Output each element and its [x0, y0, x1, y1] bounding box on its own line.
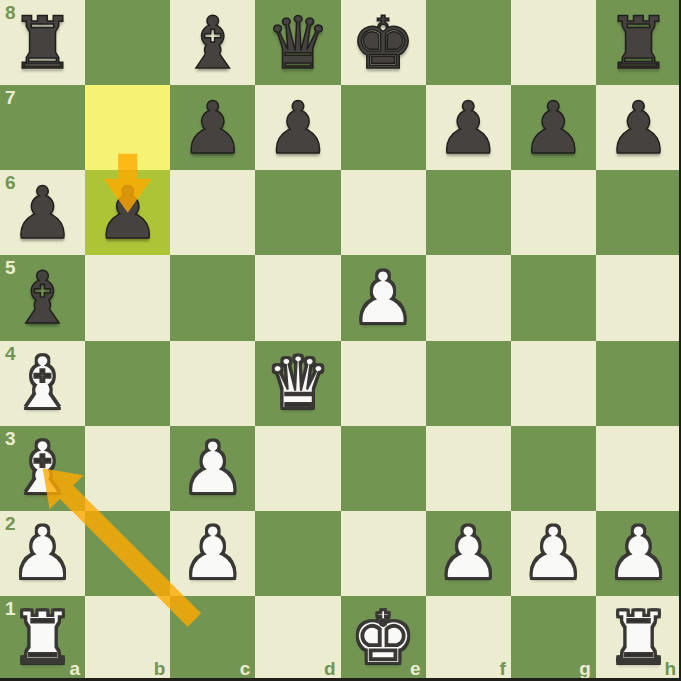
square-f1[interactable]: f [426, 596, 511, 681]
square-h6[interactable] [596, 170, 681, 255]
white-pawn-c2[interactable]: ♟ [170, 511, 255, 596]
square-h1[interactable]: h♜ [596, 596, 681, 681]
file-label-d: d [324, 658, 336, 680]
square-b1[interactable]: b [85, 596, 170, 681]
square-c2[interactable]: ♟ [170, 511, 255, 596]
square-f4[interactable] [426, 341, 511, 426]
file-label-f: f [499, 658, 505, 680]
square-b3[interactable] [85, 426, 170, 511]
white-pawn-a2[interactable]: ♟ [0, 511, 85, 596]
black-pawn-d7[interactable]: ♟ [255, 85, 340, 170]
square-c1[interactable]: c [170, 596, 255, 681]
white-bishop-a4[interactable]: ♝ [0, 341, 85, 426]
square-d8[interactable]: ♛ [255, 0, 340, 85]
black-pawn-c7[interactable]: ♟ [170, 85, 255, 170]
square-d2[interactable] [255, 511, 340, 596]
square-d1[interactable]: d [255, 596, 340, 681]
square-a7[interactable]: 7 [0, 85, 85, 170]
black-queen-d8[interactable]: ♛ [255, 0, 340, 85]
white-queen-d4[interactable]: ♛ [255, 341, 340, 426]
white-rook-a1[interactable]: ♜ [0, 596, 85, 681]
square-g1[interactable]: g [511, 596, 596, 681]
square-e8[interactable]: ♚ [341, 0, 426, 85]
square-e2[interactable] [341, 511, 426, 596]
black-king-e8[interactable]: ♚ [341, 0, 426, 85]
square-a2[interactable]: 2♟ [0, 511, 85, 596]
black-pawn-b6[interactable]: ♟ [85, 170, 170, 255]
square-a4[interactable]: 4♝ [0, 341, 85, 426]
black-pawn-f7[interactable]: ♟ [426, 85, 511, 170]
square-g4[interactable] [511, 341, 596, 426]
black-pawn-a6[interactable]: ♟ [0, 170, 85, 255]
square-b8[interactable] [85, 0, 170, 85]
white-pawn-e5[interactable]: ♟ [341, 255, 426, 340]
square-c4[interactable] [170, 341, 255, 426]
square-h3[interactable] [596, 426, 681, 511]
square-b2[interactable] [85, 511, 170, 596]
black-bishop-a5[interactable]: ♝ [0, 255, 85, 340]
square-h2[interactable]: ♟ [596, 511, 681, 596]
square-e5[interactable]: ♟ [341, 255, 426, 340]
square-f7[interactable]: ♟ [426, 85, 511, 170]
square-g7[interactable]: ♟ [511, 85, 596, 170]
square-f6[interactable] [426, 170, 511, 255]
square-g2[interactable]: ♟ [511, 511, 596, 596]
white-king-e1[interactable]: ♚ [341, 596, 426, 681]
square-e6[interactable] [341, 170, 426, 255]
square-d3[interactable] [255, 426, 340, 511]
square-c3[interactable]: ♟ [170, 426, 255, 511]
square-b6[interactable]: ♟ [85, 170, 170, 255]
black-rook-a8[interactable]: ♜ [0, 0, 85, 85]
square-e7[interactable] [341, 85, 426, 170]
square-e4[interactable] [341, 341, 426, 426]
square-a3[interactable]: 3♝ [0, 426, 85, 511]
file-label-g: g [579, 658, 591, 680]
square-g3[interactable] [511, 426, 596, 511]
square-f8[interactable] [426, 0, 511, 85]
white-pawn-f2[interactable]: ♟ [426, 511, 511, 596]
square-h4[interactable] [596, 341, 681, 426]
square-h7[interactable]: ♟ [596, 85, 681, 170]
square-c5[interactable] [170, 255, 255, 340]
square-c6[interactable] [170, 170, 255, 255]
square-c8[interactable]: ♝ [170, 0, 255, 85]
black-bishop-c8[interactable]: ♝ [170, 0, 255, 85]
white-pawn-h2[interactable]: ♟ [596, 511, 681, 596]
white-rook-h1[interactable]: ♜ [596, 596, 681, 681]
white-pawn-c3[interactable]: ♟ [170, 426, 255, 511]
square-a1[interactable]: 1a♜ [0, 596, 85, 681]
rank-label-7: 7 [5, 87, 16, 109]
square-b7[interactable] [85, 85, 170, 170]
square-f2[interactable]: ♟ [426, 511, 511, 596]
file-label-b: b [154, 658, 166, 680]
chess-board[interactable]: 8♜♝♛♚♜7♟♟♟♟♟6♟♟5♝♟4♝♛3♝♟2♟♟♟♟♟1a♜bcde♚fg… [0, 0, 681, 681]
black-pawn-g7[interactable]: ♟ [511, 85, 596, 170]
square-d4[interactable]: ♛ [255, 341, 340, 426]
square-d5[interactable] [255, 255, 340, 340]
square-f5[interactable] [426, 255, 511, 340]
square-h8[interactable]: ♜ [596, 0, 681, 85]
black-pawn-h7[interactable]: ♟ [596, 85, 681, 170]
square-f3[interactable] [426, 426, 511, 511]
square-e1[interactable]: e♚ [341, 596, 426, 681]
square-c7[interactable]: ♟ [170, 85, 255, 170]
square-g6[interactable] [511, 170, 596, 255]
file-label-c: c [240, 658, 251, 680]
square-h5[interactable] [596, 255, 681, 340]
square-g5[interactable] [511, 255, 596, 340]
square-b4[interactable] [85, 341, 170, 426]
square-g8[interactable] [511, 0, 596, 85]
square-a8[interactable]: 8♜ [0, 0, 85, 85]
black-rook-h8[interactable]: ♜ [596, 0, 681, 85]
square-b5[interactable] [85, 255, 170, 340]
square-d6[interactable] [255, 170, 340, 255]
white-pawn-g2[interactable]: ♟ [511, 511, 596, 596]
square-a5[interactable]: 5♝ [0, 255, 85, 340]
white-bishop-a3[interactable]: ♝ [0, 426, 85, 511]
square-a6[interactable]: 6♟ [0, 170, 85, 255]
square-e3[interactable] [341, 426, 426, 511]
square-d7[interactable]: ♟ [255, 85, 340, 170]
